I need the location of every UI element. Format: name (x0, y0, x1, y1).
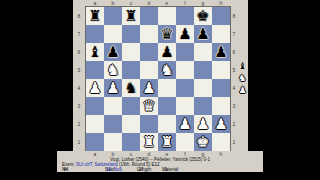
rank-label-1: 1 (73, 133, 85, 151)
rank-label-1: 1 (231, 133, 237, 151)
square-b6: ♟ (104, 43, 122, 61)
rank-label-3: 3 (231, 97, 237, 115)
rank-label-6: 6 (73, 43, 85, 61)
square-d4: ♟ (140, 79, 158, 97)
square-b4: ♟ (104, 79, 122, 97)
square-h8 (212, 7, 230, 25)
black-pawn-piece: ♟ (104, 43, 122, 61)
square-g8: ♚ (194, 7, 212, 25)
square-h1 (212, 133, 230, 151)
square-f2: ♟ (176, 115, 194, 133)
rank-label-8: 8 (73, 7, 85, 25)
chess-board: ♜♜♚♛♟♟♝♟♟♟♞♞♟♟♞♟♛♟♟♟♜♜♚ (85, 6, 231, 152)
square-f7: ♟ (176, 25, 194, 43)
square-a5 (86, 61, 104, 79)
black-pawn-piece: ♟ (158, 43, 176, 61)
black-bishop-piece: ♝ (86, 43, 104, 61)
white-rook-piece: ♜ (140, 133, 158, 151)
black-king-piece: ♚ (194, 7, 212, 25)
rank-label-6: 6 (231, 43, 237, 61)
square-c2 (122, 115, 140, 133)
square-b8 (104, 7, 122, 25)
square-e7: ♛ (158, 25, 176, 43)
square-h5 (212, 61, 230, 79)
square-h2: ♟ (212, 115, 230, 133)
white-pawn-piece: ♟ (176, 115, 194, 133)
white-pawn-tray-piece: ♟ (237, 84, 248, 96)
square-g7: ♟ (194, 25, 212, 43)
square-a6: ♝ (86, 43, 104, 61)
square-e2 (158, 115, 176, 133)
white-pawn-piece: ♟ (86, 79, 104, 97)
game-number: Nr: 44 (62, 167, 63, 172)
black-pawn-piece: ♟ (194, 25, 212, 43)
black-bishop-tray-piece: ♝ (237, 60, 248, 72)
square-e3 (158, 97, 176, 115)
square-a3 (86, 97, 104, 115)
game-info-strip: abcdefgh Vogt, Lothar (2540) -- Pelletie… (57, 151, 263, 172)
white-pawn-piece: ♟ (140, 79, 158, 97)
square-d3: ♛ (140, 97, 158, 115)
square-b2 (104, 115, 122, 133)
square-d7 (140, 25, 158, 43)
square-c3 (122, 97, 140, 115)
white-rook-piece: ♜ (158, 133, 176, 151)
rank-label-2: 2 (73, 115, 85, 133)
white-king-piece: ♚ (194, 133, 212, 151)
square-h7 (212, 25, 230, 43)
white-pawn-piece: ♟ (212, 115, 230, 133)
square-c1 (122, 133, 140, 151)
square-h6: ♟ (212, 43, 230, 61)
rank-label-2: 2 (231, 115, 237, 133)
game-length: Length: 37 (137, 167, 138, 172)
square-g5 (194, 61, 212, 79)
square-e8 (158, 7, 176, 25)
square-f3 (176, 97, 194, 115)
rank-label-8: 8 (231, 7, 237, 25)
black-queen-piece: ♛ (158, 25, 176, 43)
board-panel: abcdefgh 87654321 ♜♜♚♛♟♟♝♟♟♟♞♞♟♟♞♟♛♟♟♟♜♜… (73, 0, 248, 151)
square-h4 (212, 79, 230, 97)
white-knight-tray-piece: ♞ (237, 72, 248, 84)
black-pawn-piece: ♟ (176, 25, 194, 43)
rank-label-3: 3 (73, 97, 85, 115)
square-d5 (140, 61, 158, 79)
square-f5 (176, 61, 194, 79)
square-g1: ♚ (194, 133, 212, 151)
status-line: Nr: 44 Next: 19. Nc6 Length: 37 Material… (57, 167, 263, 172)
square-a1 (86, 133, 104, 151)
square-a2 (86, 115, 104, 133)
material-balance: Material: -1 (162, 167, 163, 172)
square-e4 (158, 79, 176, 97)
square-f4 (176, 79, 194, 97)
square-g6 (194, 43, 212, 61)
black-rook-piece: ♜ (86, 7, 104, 25)
square-b1 (104, 133, 122, 151)
white-knight-piece: ♞ (104, 61, 122, 79)
square-c6 (122, 43, 140, 61)
rank-label-7: 7 (231, 25, 237, 43)
square-g2: ♟ (194, 115, 212, 133)
square-e6: ♟ (158, 43, 176, 61)
captured-material-tray: ♝♞♟ (237, 60, 248, 96)
square-h3 (212, 97, 230, 115)
black-knight-piece: ♞ (122, 79, 140, 97)
square-a4: ♟ (86, 79, 104, 97)
square-f1 (176, 133, 194, 151)
square-b5: ♞ (104, 61, 122, 79)
square-g3 (194, 97, 212, 115)
square-g4 (194, 79, 212, 97)
white-queen-piece: ♛ (140, 97, 158, 115)
square-e1: ♜ (158, 133, 176, 151)
square-e5: ♞ (158, 61, 176, 79)
white-pawn-piece: ♟ (194, 115, 212, 133)
square-c8: ♜ (122, 7, 140, 25)
rank-label-5: 5 (73, 61, 85, 79)
square-b7 (104, 25, 122, 43)
rank-labels-left: 87654321 (73, 7, 85, 151)
square-f8 (176, 7, 194, 25)
black-pawn-piece: ♟ (212, 43, 230, 61)
white-knight-piece: ♞ (158, 61, 176, 79)
square-d1: ♜ (140, 133, 158, 151)
square-c5 (122, 61, 140, 79)
square-d6 (140, 43, 158, 61)
square-a7 (86, 25, 104, 43)
rank-label-7: 7 (73, 25, 85, 43)
rank-label-4: 4 (73, 79, 85, 97)
square-c7 (122, 25, 140, 43)
square-b3 (104, 97, 122, 115)
white-pawn-piece: ♟ (104, 79, 122, 97)
square-a8: ♜ (86, 7, 104, 25)
square-f6 (176, 43, 194, 61)
square-d8 (140, 7, 158, 25)
black-rook-piece: ♜ (122, 7, 140, 25)
square-d2 (140, 115, 158, 133)
next-move: Next: 19. Nc6 (105, 167, 106, 172)
square-c4: ♞ (122, 79, 140, 97)
